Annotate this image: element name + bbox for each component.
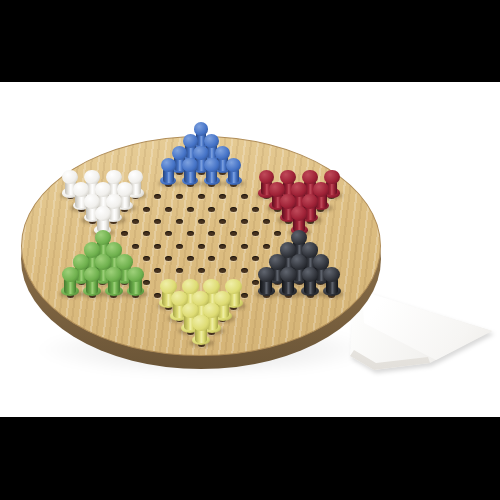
peg-head	[62, 267, 79, 282]
peg-blue	[180, 158, 201, 186]
board-hole	[252, 207, 259, 212]
board-hole	[176, 244, 183, 249]
board-hole	[143, 256, 150, 261]
board-hole	[198, 219, 205, 224]
board-hole	[165, 256, 172, 261]
board-hole	[198, 194, 205, 199]
peg-green	[102, 267, 125, 298]
peg-green	[124, 267, 147, 298]
board-hole	[187, 207, 194, 212]
board-hole	[187, 256, 194, 261]
board-hole	[132, 244, 139, 249]
board-hole	[143, 207, 150, 212]
peg-blue	[201, 158, 222, 186]
board-hole	[263, 244, 270, 249]
board-hole	[263, 219, 270, 224]
peg-head	[291, 206, 307, 221]
board-hole	[230, 256, 237, 261]
peg-green	[59, 267, 82, 298]
board-hole	[230, 207, 237, 212]
board-hole	[219, 244, 226, 249]
board-hole	[176, 219, 183, 224]
board-hole	[165, 207, 172, 212]
peg-black	[277, 267, 300, 298]
peg-head	[258, 267, 275, 282]
peg-head	[127, 267, 144, 282]
board-hole	[132, 219, 139, 224]
board-hole	[241, 219, 248, 224]
peg-head	[323, 267, 340, 282]
board-hole	[154, 244, 161, 249]
board-hole	[154, 268, 161, 273]
peg-head	[182, 158, 197, 172]
peg-black	[299, 267, 322, 298]
peg-head	[95, 206, 111, 221]
board-hole	[208, 207, 215, 212]
board-hole	[252, 256, 259, 261]
peg-head	[226, 158, 241, 172]
peg-blue	[158, 158, 179, 186]
peg-head	[84, 267, 101, 282]
peg-green	[81, 267, 104, 298]
board-hole	[241, 244, 248, 249]
board-hole	[198, 244, 205, 249]
product-photo	[0, 82, 500, 417]
peg-blue	[223, 158, 244, 186]
board-hole	[176, 268, 183, 273]
peg-head	[280, 267, 297, 282]
peg-yellow	[189, 315, 212, 347]
board-hole	[198, 268, 205, 273]
letterboxed-product-photo: { "game": "chinese-checkers", "scene": {…	[0, 0, 500, 500]
board-hole	[187, 231, 194, 236]
peg-black	[255, 267, 278, 298]
napkin	[348, 289, 498, 374]
peg-head	[302, 267, 319, 282]
peg-head	[105, 267, 122, 282]
peg-head	[204, 158, 219, 172]
peg-black	[320, 267, 343, 298]
board-hole	[154, 219, 161, 224]
peg-head	[192, 315, 209, 331]
